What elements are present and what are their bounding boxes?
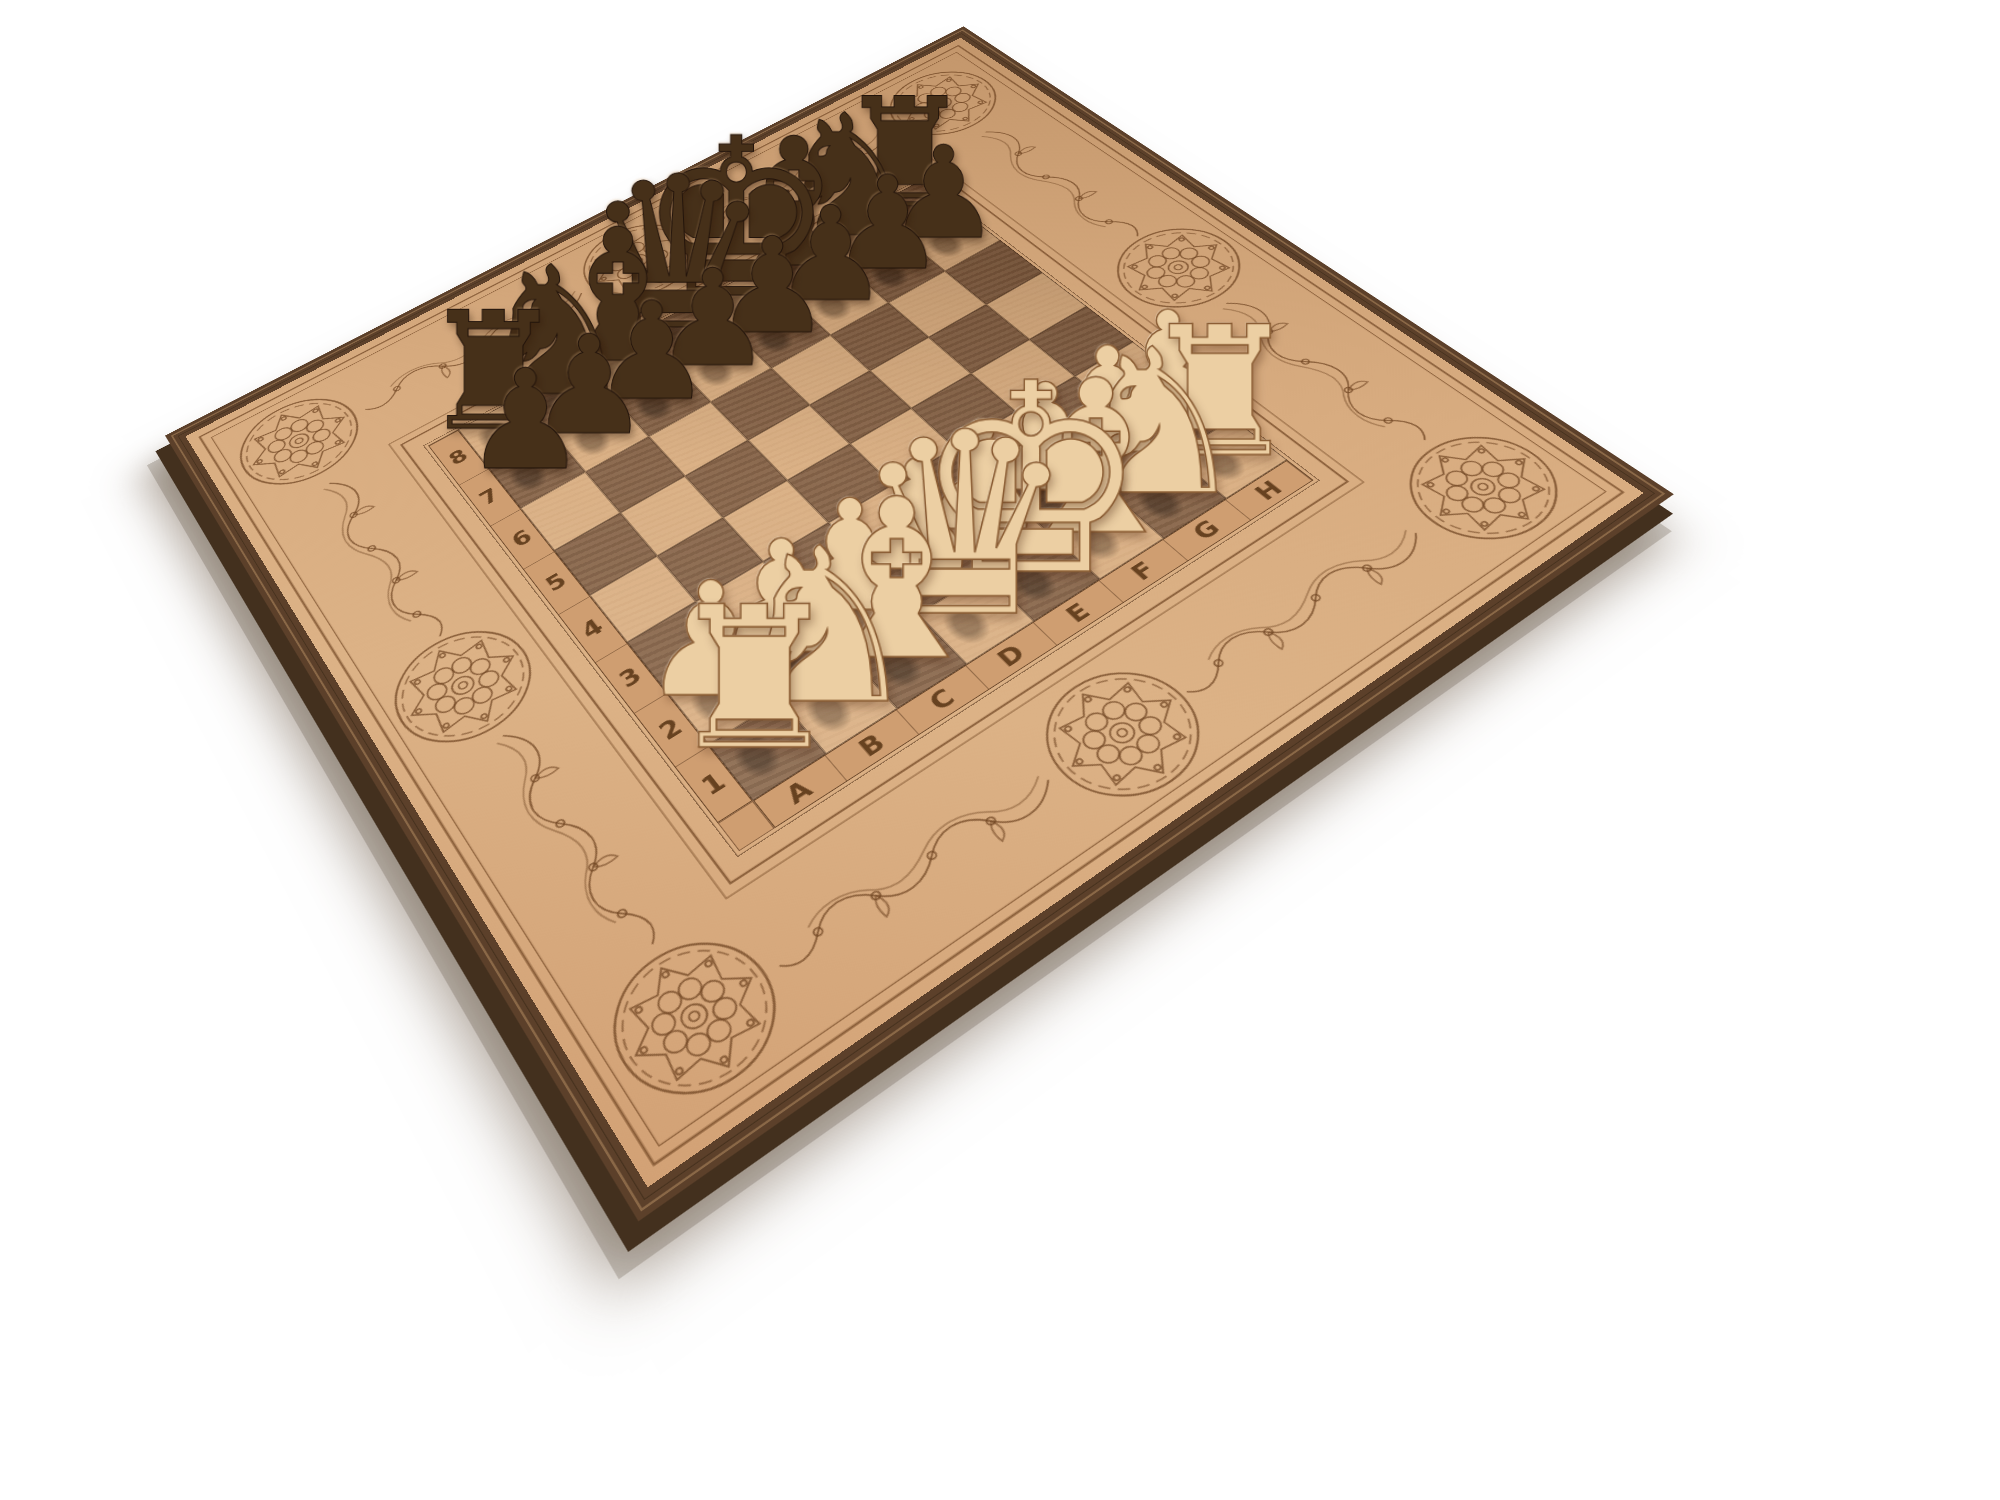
board-face: ♜♟♟♜♞♟♟♞♝♟♟♝♚♟♟♚♛♟♟♛♝♟♟♝♞♟♟♞♜♟♟♜ HGFEDCB… xyxy=(186,38,1644,1188)
chess-board: ♜♟♟♜♞♟♟♞♝♟♟♝♚♟♟♚♛♟♟♛♝♟♟♝♞♟♟♞♜♟♟♜ HGFEDCB… xyxy=(165,26,1674,1221)
piece-glyph: ♟ xyxy=(463,351,587,489)
piece-glyph: ♜ xyxy=(666,581,843,778)
photo-background: ♜♟♟♜♞♟♟♞♝♟♟♝♚♟♟♚♛♟♟♛♝♟♟♝♞♟♟♞♜♟♟♜ HGFEDCB… xyxy=(0,0,2000,1500)
